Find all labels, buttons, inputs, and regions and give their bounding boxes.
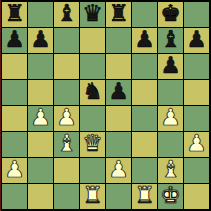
piece-black-king: ♚ [160,2,181,25]
square-e8[interactable]: ♜ [106,2,131,27]
piece-white-pawn: ♟ [160,106,181,129]
piece-white-bishop: ♝ [160,158,181,181]
square-h5[interactable] [184,80,209,105]
square-h6[interactable] [184,54,209,79]
square-f6[interactable] [132,54,157,79]
square-a5[interactable] [2,80,27,105]
square-d2[interactable] [80,158,105,183]
square-b6[interactable] [28,54,53,79]
square-g8[interactable]: ♚ [158,2,183,27]
square-f5[interactable] [132,80,157,105]
piece-black-pawn: ♟ [186,28,207,51]
square-b2[interactable] [28,158,53,183]
square-e3[interactable] [106,132,131,157]
square-b1[interactable] [28,184,53,209]
square-a7[interactable]: ♟ [2,28,27,53]
piece-black-pawn: ♟ [30,28,51,51]
square-d8[interactable]: ♛ [80,2,105,27]
piece-black-queen: ♛ [82,2,103,25]
square-g1[interactable]: ♚ [158,184,183,209]
square-d3[interactable]: ♛ [80,132,105,157]
piece-black-pawn: ♟ [134,28,155,51]
piece-black-bishop: ♝ [160,28,181,51]
square-e7[interactable] [106,28,131,53]
square-b5[interactable] [28,80,53,105]
square-d7[interactable] [80,28,105,53]
square-a1[interactable] [2,184,27,209]
square-c3[interactable]: ♝ [54,132,79,157]
square-f7[interactable]: ♟ [132,28,157,53]
piece-white-queen: ♛ [82,132,103,155]
square-c2[interactable] [54,158,79,183]
square-h1[interactable] [184,184,209,209]
piece-white-pawn: ♟ [30,106,51,129]
square-b4[interactable]: ♟ [28,106,53,131]
square-d6[interactable] [80,54,105,79]
square-d4[interactable] [80,106,105,131]
square-h7[interactable]: ♟ [184,28,209,53]
square-a6[interactable] [2,54,27,79]
square-c7[interactable] [54,28,79,53]
square-e4[interactable] [106,106,131,131]
square-b8[interactable] [28,2,53,27]
square-a8[interactable]: ♜ [2,2,27,27]
piece-black-pawn: ♟ [160,54,181,77]
piece-black-knight: ♞ [82,80,103,103]
piece-black-rook: ♜ [108,2,129,25]
square-d1[interactable]: ♜ [80,184,105,209]
square-c5[interactable] [54,80,79,105]
square-c4[interactable]: ♟ [54,106,79,131]
piece-black-bishop: ♝ [56,2,77,25]
square-a3[interactable] [2,132,27,157]
square-f8[interactable] [132,2,157,27]
piece-white-pawn: ♟ [56,106,77,129]
piece-black-pawn: ♟ [108,80,129,103]
square-a4[interactable] [2,106,27,131]
square-e1[interactable] [106,184,131,209]
piece-white-bishop: ♝ [56,132,77,155]
square-g6[interactable]: ♟ [158,54,183,79]
square-h3[interactable]: ♟ [184,132,209,157]
square-e5[interactable]: ♟ [106,80,131,105]
square-c6[interactable] [54,54,79,79]
piece-black-rook: ♜ [4,2,25,25]
square-f2[interactable] [132,158,157,183]
square-g3[interactable] [158,132,183,157]
piece-white-rook: ♜ [82,184,103,207]
left-edge-accent-line [0,0,1,211]
square-d5[interactable]: ♞ [80,80,105,105]
square-g5[interactable] [158,80,183,105]
piece-white-rook: ♜ [134,184,155,207]
square-b7[interactable]: ♟ [28,28,53,53]
square-c8[interactable]: ♝ [54,2,79,27]
square-f1[interactable]: ♜ [132,184,157,209]
square-b3[interactable] [28,132,53,157]
square-c1[interactable] [54,184,79,209]
square-h4[interactable] [184,106,209,131]
square-h8[interactable] [184,2,209,27]
square-e2[interactable]: ♟ [106,158,131,183]
chess-board: ♜♝♛♜♚♟♟♟♝♟♟♞♟♟♟♟♝♛♟♟♟♝♜♜♚ [0,0,211,211]
square-g2[interactable]: ♝ [158,158,183,183]
piece-white-pawn: ♟ [186,132,207,155]
square-g7[interactable]: ♝ [158,28,183,53]
square-f3[interactable] [132,132,157,157]
piece-white-pawn: ♟ [4,158,25,181]
board-grid: ♜♝♛♜♚♟♟♟♝♟♟♞♟♟♟♟♝♛♟♟♟♝♜♜♚ [2,2,209,209]
square-e6[interactable] [106,54,131,79]
piece-black-pawn: ♟ [4,28,25,51]
piece-white-pawn: ♟ [108,158,129,181]
square-f4[interactable] [132,106,157,131]
piece-white-king: ♚ [160,184,181,207]
square-g4[interactable]: ♟ [158,106,183,131]
square-a2[interactable]: ♟ [2,158,27,183]
square-h2[interactable] [184,158,209,183]
